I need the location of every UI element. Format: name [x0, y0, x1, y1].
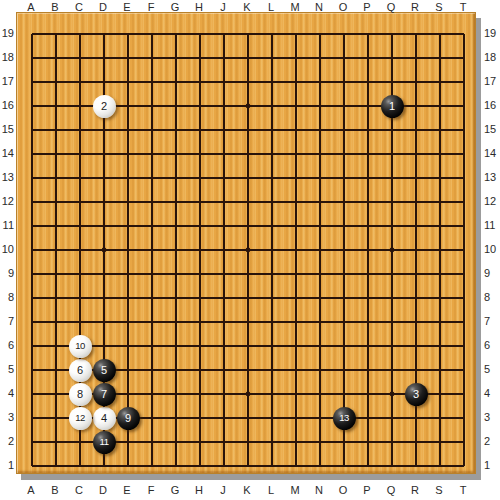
row-label-right: 16 — [484, 98, 500, 112]
row-label-right: 7 — [484, 314, 500, 328]
go-stone-black: 7 — [93, 383, 116, 406]
column-label-top: F — [139, 0, 163, 14]
column-label-top: R — [403, 0, 427, 14]
star-point — [246, 248, 251, 253]
column-label-top: K — [235, 0, 259, 14]
column-label-top: M — [283, 0, 307, 14]
move-number: 2 — [101, 101, 107, 112]
row-label-left: 6 — [0, 338, 14, 352]
row-label-right: 4 — [484, 386, 500, 400]
column-label-bottom: O — [331, 483, 355, 497]
move-number: 8 — [77, 389, 83, 400]
star-point — [102, 248, 107, 253]
star-point — [246, 392, 251, 397]
column-label-bottom: M — [283, 483, 307, 497]
row-label-left: 7 — [0, 314, 14, 328]
go-stone-white: 10 — [69, 335, 92, 358]
star-point — [390, 392, 395, 397]
go-stone-black: 1 — [381, 95, 404, 118]
column-label-bottom: R — [403, 483, 427, 497]
row-label-right: 10 — [484, 242, 500, 256]
move-number: 7 — [101, 389, 107, 400]
column-label-bottom: F — [139, 483, 163, 497]
row-label-left: 8 — [0, 290, 14, 304]
column-label-bottom: C — [67, 483, 91, 497]
row-label-left: 2 — [0, 434, 14, 448]
row-label-right: 8 — [484, 290, 500, 304]
star-point — [246, 104, 251, 109]
move-number: 10 — [75, 341, 85, 351]
go-stone-black: 3 — [405, 383, 428, 406]
row-label-left: 11 — [0, 218, 14, 232]
row-label-left: 10 — [0, 242, 14, 256]
move-number: 13 — [339, 413, 349, 423]
row-label-right: 6 — [484, 338, 500, 352]
column-label-bottom: P — [355, 483, 379, 497]
row-label-right: 14 — [484, 146, 500, 160]
column-label-top: T — [451, 0, 475, 14]
column-label-bottom: B — [43, 483, 67, 497]
row-label-right: 2 — [484, 434, 500, 448]
row-label-left: 9 — [0, 266, 14, 280]
column-label-bottom: L — [259, 483, 283, 497]
go-stone-black: 11 — [93, 431, 116, 454]
row-label-right: 18 — [484, 50, 500, 64]
column-label-top: Q — [379, 0, 403, 14]
go-stone-white: 4 — [93, 407, 116, 430]
row-label-right: 9 — [484, 266, 500, 280]
row-label-left: 4 — [0, 386, 14, 400]
grid-lines — [17, 13, 477, 475]
go-diagram: 12345678910111213 AABBCCDDEEFFGGHHJJKKLL… — [0, 0, 500, 500]
row-label-right: 15 — [484, 122, 500, 136]
move-number: 4 — [101, 413, 107, 424]
column-label-bottom: E — [115, 483, 139, 497]
go-stone-white: 8 — [69, 383, 92, 406]
row-label-left: 13 — [0, 170, 14, 184]
column-label-bottom: N — [307, 483, 331, 497]
go-stone-white: 6 — [69, 359, 92, 382]
row-label-left: 3 — [0, 410, 14, 424]
go-stone-white: 12 — [69, 407, 92, 430]
go-stone-black: 5 — [93, 359, 116, 382]
column-label-top: A — [19, 0, 43, 14]
row-label-left: 19 — [0, 26, 14, 40]
row-label-left: 5 — [0, 362, 14, 376]
row-label-right: 12 — [484, 194, 500, 208]
column-label-top: J — [211, 0, 235, 14]
move-number: 3 — [413, 389, 419, 400]
move-number: 5 — [101, 365, 107, 376]
star-point — [390, 248, 395, 253]
row-label-left: 17 — [0, 74, 14, 88]
row-label-left: 15 — [0, 122, 14, 136]
move-number: 12 — [75, 413, 85, 423]
row-label-right: 13 — [484, 170, 500, 184]
column-label-top: E — [115, 0, 139, 14]
column-label-top: B — [43, 0, 67, 14]
column-label-bottom: K — [235, 483, 259, 497]
row-label-left: 14 — [0, 146, 14, 160]
row-label-right: 5 — [484, 362, 500, 376]
move-number: 11 — [100, 437, 109, 447]
row-label-right: 1 — [484, 458, 500, 472]
row-label-left: 12 — [0, 194, 14, 208]
column-label-bottom: J — [211, 483, 235, 497]
column-label-top: H — [187, 0, 211, 14]
column-label-bottom: H — [187, 483, 211, 497]
column-label-top: S — [427, 0, 451, 14]
column-label-bottom: A — [19, 483, 43, 497]
column-label-top: O — [331, 0, 355, 14]
move-number: 6 — [77, 365, 83, 376]
column-label-bottom: D — [91, 483, 115, 497]
column-label-bottom: S — [427, 483, 451, 497]
row-label-right: 17 — [484, 74, 500, 88]
go-board[interactable]: 12345678910111213 — [16, 12, 476, 474]
column-label-top: G — [163, 0, 187, 14]
go-stone-black: 9 — [117, 407, 140, 430]
row-label-left: 16 — [0, 98, 14, 112]
column-label-top: P — [355, 0, 379, 14]
column-label-top: N — [307, 0, 331, 14]
go-stone-black: 13 — [333, 407, 356, 430]
move-number: 1 — [389, 101, 395, 112]
column-label-top: D — [91, 0, 115, 14]
column-label-bottom: Q — [379, 483, 403, 497]
column-label-bottom: G — [163, 483, 187, 497]
go-stone-white: 2 — [93, 95, 116, 118]
row-label-left: 18 — [0, 50, 14, 64]
move-number: 9 — [125, 413, 131, 424]
row-label-right: 3 — [484, 410, 500, 424]
column-label-top: C — [67, 0, 91, 14]
row-label-right: 11 — [484, 218, 500, 232]
row-label-right: 19 — [484, 26, 500, 40]
row-label-left: 1 — [0, 458, 14, 472]
column-label-top: L — [259, 0, 283, 14]
column-label-bottom: T — [451, 483, 475, 497]
